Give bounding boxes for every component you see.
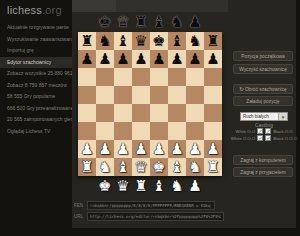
square-b1[interactable]: ♞ <box>96 158 114 176</box>
black-pawn[interactable]: ♟ <box>170 50 183 68</box>
square-e2[interactable]: ♟ <box>150 140 168 158</box>
clear-board-button[interactable]: Wyczyść szachownicę <box>233 64 293 74</box>
top-nav-active-tab[interactable] <box>72 0 116 12</box>
square-e7[interactable]: ♟ <box>150 50 168 68</box>
chevron-down-icon: ▾ <box>278 113 287 120</box>
piece-glyph: ♟ <box>188 177 201 195</box>
black-pawn[interactable]: ♟ <box>80 50 93 68</box>
square-g7[interactable]: ♟ <box>186 50 204 68</box>
lichess-board-editor-page: lichess.org Aktualnie rozgrywane partieW… <box>0 0 300 236</box>
square-a2[interactable]: ♟ <box>78 140 96 158</box>
white-king[interactable]: ♚ <box>152 158 165 176</box>
piece-glyph: ♛ <box>116 13 129 31</box>
spare-white-bishop[interactable]: ♝ <box>150 177 168 195</box>
sidebar-item-1[interactable]: Wyszukiwanie zaawansowane <box>0 34 72 46</box>
square-f1[interactable]: ♝ <box>168 158 186 176</box>
white-bishop[interactable]: ♝ <box>116 158 129 176</box>
fen-input[interactable] <box>87 201 215 210</box>
black-pawn[interactable]: ♟ <box>188 50 201 68</box>
black-pawn[interactable]: ♟ <box>116 50 129 68</box>
black-knight[interactable]: ♞ <box>98 32 111 50</box>
top-nav-strip <box>72 0 228 12</box>
piece-glyph: ♟ <box>188 13 201 31</box>
lichess-logo[interactable]: lichess.org <box>7 4 62 16</box>
white-rook[interactable]: ♜ <box>80 158 93 176</box>
spare-pieces-black: ♚♛♜♝♞♟ <box>96 13 204 31</box>
fen-label: FEN <box>74 203 87 208</box>
black-rook[interactable]: ♜ <box>206 32 219 50</box>
square-c2[interactable]: ♟ <box>114 140 132 158</box>
square-g1[interactable]: ♞ <box>186 158 204 176</box>
square-b6[interactable] <box>96 68 114 86</box>
castling-label-black-ooo: Black O-O-O <box>273 136 297 141</box>
black-pawn[interactable]: ♟ <box>98 50 111 68</box>
square-e1[interactable]: ♚ <box>150 158 168 176</box>
sidebar-menu: Aktualnie rozgrywane partieWyszukiwanie … <box>0 22 72 137</box>
square-d2[interactable]: ♟ <box>132 140 150 158</box>
black-pawn[interactable]: ♟ <box>152 50 165 68</box>
play-computer-button[interactable]: Zagraj z komputerem <box>233 155 293 165</box>
square-a4[interactable] <box>78 104 96 122</box>
square-g2[interactable]: ♟ <box>186 140 204 158</box>
play-friend-button[interactable]: Zagraj z przyjacielem <box>233 167 293 177</box>
white-pawn[interactable]: ♟ <box>116 140 129 158</box>
spare-black-bishop[interactable]: ♝ <box>150 13 168 31</box>
spare-white-king[interactable]: ♚ <box>96 177 114 195</box>
white-knight[interactable]: ♞ <box>98 158 111 176</box>
black-oo-checkbox[interactable]: ✓ <box>265 128 271 134</box>
square-c5[interactable] <box>114 86 132 104</box>
flip-icon: ↻ <box>239 86 244 92</box>
square-b7[interactable]: ♟ <box>96 50 114 68</box>
square-h2[interactable]: ♟ <box>204 140 222 158</box>
square-a8[interactable]: ♜ <box>78 32 96 50</box>
sidebar-item-4[interactable]: Zobacz wszystkie 25 880 961 gry <box>0 68 72 80</box>
castling-row-short: White O-O✓✓Black O-O <box>230 128 298 134</box>
square-b3[interactable] <box>96 122 114 140</box>
square-g5[interactable] <box>186 86 204 104</box>
castling-label-black-oo: Black O-O <box>273 129 292 134</box>
square-b8[interactable]: ♞ <box>96 32 114 50</box>
square-f8[interactable]: ♝ <box>168 32 186 50</box>
square-h8[interactable]: ♜ <box>204 32 222 50</box>
black-knight[interactable]: ♞ <box>188 32 201 50</box>
piece-glyph: ♜ <box>134 177 147 195</box>
piece-glyph: ♝ <box>152 177 165 195</box>
spare-white-rook[interactable]: ♜ <box>132 177 150 195</box>
square-a7[interactable]: ♟ <box>78 50 96 68</box>
url-input[interactable] <box>87 212 224 221</box>
square-h7[interactable]: ♟ <box>204 50 222 68</box>
sidebar-item-3[interactable]: Edytor szachownicy <box>0 57 72 69</box>
white-oo-checkbox[interactable]: ✓ <box>257 128 263 134</box>
spare-black-rook[interactable]: ♜ <box>132 13 150 31</box>
piece-glyph: ♞ <box>170 13 183 31</box>
square-c7[interactable]: ♟ <box>114 50 132 68</box>
square-e6[interactable] <box>150 68 168 86</box>
sidebar-item-0[interactable]: Aktualnie rozgrywane partie <box>0 22 72 34</box>
square-g6[interactable] <box>186 68 204 86</box>
square-f7[interactable]: ♟ <box>168 50 186 68</box>
square-b2[interactable]: ♟ <box>96 140 114 158</box>
square-g8[interactable]: ♞ <box>186 32 204 50</box>
square-a5[interactable] <box>78 86 96 104</box>
square-d3[interactable] <box>132 122 150 140</box>
square-a3[interactable] <box>78 122 96 140</box>
square-h6[interactable] <box>204 68 222 86</box>
square-d6[interactable] <box>132 68 150 86</box>
editor-controls: Pozycja początkowa Wyczyść szachownicę ↻… <box>230 0 298 228</box>
square-g4[interactable] <box>186 104 204 122</box>
square-b5[interactable] <box>96 86 114 104</box>
square-f4[interactable] <box>168 104 186 122</box>
load-position-button[interactable]: Załaduj pozycję <box>233 96 293 106</box>
white-pawn[interactable]: ♟ <box>80 140 93 158</box>
spare-pieces-white: ♚♛♜♝♞♟ <box>96 177 204 195</box>
square-c3[interactable] <box>114 122 132 140</box>
square-a6[interactable] <box>78 68 96 86</box>
flip-board-label: Obróć szachownicę <box>245 87 287 92</box>
start-position-button[interactable]: Pozycja początkowa <box>233 51 293 61</box>
piece-glyph: ♚ <box>98 13 111 31</box>
sidebar: lichess.org Aktualnie rozgrywane partieW… <box>0 0 72 236</box>
square-h1[interactable]: ♜ <box>204 158 222 176</box>
white-pawn[interactable]: ♟ <box>206 140 219 158</box>
sidebar-item-9[interactable]: Oglądaj Lichess TV <box>0 126 72 138</box>
black-pawn[interactable]: ♟ <box>134 50 147 68</box>
white-knight[interactable]: ♞ <box>188 158 201 176</box>
flip-board-button[interactable]: ↻Obróć szachownicę <box>233 84 293 94</box>
square-d4[interactable] <box>132 104 150 122</box>
white-pawn[interactable]: ♟ <box>98 140 111 158</box>
white-pawn[interactable]: ♟ <box>170 140 183 158</box>
square-f2[interactable]: ♟ <box>168 140 186 158</box>
black-bishop[interactable]: ♝ <box>116 32 129 50</box>
sidebar-item-5[interactable]: Zobacz 8 759 857 meczów <box>0 80 72 92</box>
turn-select-value: Ruch białych <box>241 113 278 120</box>
square-e8[interactable]: ♚ <box>150 32 168 50</box>
square-d1[interactable]: ♛ <box>132 158 150 176</box>
spare-black-queen[interactable]: ♛ <box>114 13 132 31</box>
piece-glyph: ♛ <box>116 177 129 195</box>
white-bishop[interactable]: ♝ <box>170 158 183 176</box>
square-c4[interactable] <box>114 104 132 122</box>
sidebar-item-7[interactable]: 666 500 Gry przeanalizowane <box>0 103 72 115</box>
black-king[interactable]: ♚ <box>152 32 165 50</box>
turn-select[interactable]: Ruch białych ▾ <box>240 112 288 121</box>
square-f6[interactable] <box>168 68 186 86</box>
square-h4[interactable] <box>204 104 222 122</box>
square-h3[interactable] <box>204 122 222 140</box>
square-e3[interactable] <box>150 122 168 140</box>
square-f3[interactable] <box>168 122 186 140</box>
spare-white-queen[interactable]: ♛ <box>114 177 132 195</box>
square-b4[interactable] <box>96 104 114 122</box>
square-e5[interactable] <box>150 86 168 104</box>
white-pawn[interactable]: ♟ <box>134 140 147 158</box>
square-h5[interactable] <box>204 86 222 104</box>
square-a1[interactable]: ♜ <box>78 158 96 176</box>
spare-black-knight[interactable]: ♞ <box>168 13 186 31</box>
piece-glyph: ♞ <box>170 177 183 195</box>
black-ooo-checkbox[interactable]: ✓ <box>265 135 271 141</box>
square-d5[interactable] <box>132 86 150 104</box>
black-rook[interactable]: ♜ <box>80 32 93 50</box>
spare-white-knight[interactable]: ♞ <box>168 177 186 195</box>
piece-glyph: ♝ <box>152 13 165 31</box>
sidebar-item-2[interactable]: Importuj grę <box>0 45 72 57</box>
black-bishop[interactable]: ♝ <box>170 32 183 50</box>
chess-board: ♜♞♝♛♚♝♞♜♟♟♟♟♟♟♟♟♟♟♟♟♟♟♟♟♜♞♝♛♚♝♞♜ <box>78 32 222 176</box>
piece-glyph: ♜ <box>134 13 147 31</box>
square-f5[interactable] <box>168 86 186 104</box>
black-pawn[interactable]: ♟ <box>206 50 219 68</box>
white-rook[interactable]: ♜ <box>206 158 219 176</box>
castling-label-white-oo: White O-O <box>235 129 255 134</box>
sidebar-item-8[interactable]: 20 565 zaimportowanych gier <box>0 114 72 126</box>
square-g3[interactable] <box>186 122 204 140</box>
white-pawn[interactable]: ♟ <box>188 140 201 158</box>
white-queen[interactable]: ♛ <box>134 158 147 176</box>
square-e4[interactable] <box>150 104 168 122</box>
square-c1[interactable]: ♝ <box>114 158 132 176</box>
white-pawn[interactable]: ♟ <box>152 140 165 158</box>
logo-main: lichess <box>7 4 42 16</box>
piece-glyph: ♚ <box>98 177 111 195</box>
spare-black-king[interactable]: ♚ <box>96 13 114 31</box>
logo-suffix: .org <box>42 4 62 16</box>
castling-label-white-ooo: White O-O-O <box>231 136 255 141</box>
white-ooo-checkbox[interactable]: ✓ <box>257 135 263 141</box>
square-d7[interactable]: ♟ <box>132 50 150 68</box>
square-c6[interactable] <box>114 68 132 86</box>
sidebar-item-6[interactable]: 58 555 Gry popularne <box>0 91 72 103</box>
castling-row-long: White O-O-O✓✓Black O-O-O <box>230 135 298 141</box>
black-queen[interactable]: ♛ <box>134 32 147 50</box>
spare-white-pawn[interactable]: ♟ <box>186 177 204 195</box>
spare-black-pawn[interactable]: ♟ <box>186 13 204 31</box>
square-d8[interactable]: ♛ <box>132 32 150 50</box>
url-label: URL <box>74 214 87 219</box>
square-c8[interactable]: ♝ <box>114 32 132 50</box>
